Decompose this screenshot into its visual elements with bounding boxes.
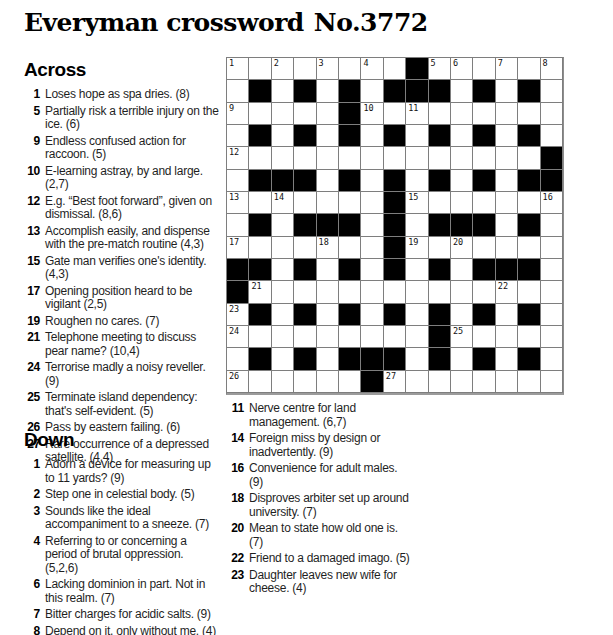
cell-r4c11[interactable] (451, 125, 473, 147)
down-section: Down 1Adorn a device for measuring up to… (24, 429, 219, 635)
cell-r3c10[interactable] (429, 103, 451, 125)
clue-number: 8 (24, 625, 40, 635)
clue-number: 14 (228, 432, 244, 446)
cell-r8c9[interactable] (406, 214, 428, 236)
cell-r1c3[interactable]: 2 (272, 58, 294, 80)
cell-r3c2[interactable] (249, 103, 271, 125)
cell-r15c8[interactable]: 27 (384, 371, 406, 393)
down-clue-7[interactable]: 7Bitter charges for acidic salts. (9) (24, 608, 219, 622)
cell-r13c3[interactable] (272, 326, 294, 348)
cell-r1c15[interactable]: 8 (541, 58, 563, 80)
cell-r13c15[interactable] (541, 326, 563, 348)
cell-r3c14[interactable] (518, 103, 540, 125)
across-clue-24[interactable]: 24Terrorise madly a noisy reveller. (9) (24, 361, 219, 388)
cell-r3c7[interactable]: 10 (361, 103, 383, 125)
cell-r7c4[interactable] (294, 192, 316, 214)
cell-r1c13[interactable]: 7 (496, 58, 518, 80)
black-cell-r8c4 (294, 214, 316, 236)
down-clue-6[interactable]: 6Lacking dominion in part. Not in this r… (24, 578, 219, 605)
cell-r2c1[interactable] (227, 80, 249, 102)
cell-r11c12[interactable] (473, 281, 495, 303)
cell-r5c5[interactable] (317, 147, 339, 169)
cell-r7c7[interactable] (361, 192, 383, 214)
cell-r13c8[interactable] (384, 326, 406, 348)
grid-clue-number-13: 13 (229, 192, 239, 202)
clue-text: Nerve centre for land management. (6,7) (249, 402, 414, 429)
clue-number: 24 (24, 361, 40, 375)
cell-r6c13[interactable] (496, 170, 518, 192)
cell-r9c4[interactable] (294, 237, 316, 259)
grid-clue-number-21: 21 (251, 281, 261, 291)
cell-r13c1[interactable]: 24 (227, 326, 249, 348)
cell-r5c12[interactable] (473, 147, 495, 169)
grid-clue-number-8: 8 (543, 58, 548, 68)
down-clue-16[interactable]: 16Convenience for adult males. (9) (228, 462, 414, 489)
grid-clue-number-25: 25 (453, 326, 463, 336)
cell-r2c3[interactable] (272, 80, 294, 102)
grid-clue-number-24: 24 (229, 326, 239, 336)
cell-r13c6[interactable] (339, 326, 361, 348)
clue-number: 9 (24, 135, 40, 149)
black-cell-r15c7 (361, 371, 383, 393)
cell-r1c6[interactable] (339, 58, 361, 80)
cell-r14c5[interactable] (317, 348, 339, 370)
across-clue-15[interactable]: 15Gate man verifies one's identity. (4,3… (24, 255, 219, 282)
black-cell-r8c11 (451, 214, 473, 236)
cell-r13c7[interactable] (361, 326, 383, 348)
clue-number: 2 (24, 488, 40, 502)
black-cell-r3c6 (339, 103, 361, 125)
cell-r14c11[interactable] (451, 348, 473, 370)
cell-r3c1[interactable]: 9 (227, 103, 249, 125)
cell-r15c15[interactable] (541, 371, 563, 393)
cell-r10c7[interactable] (361, 259, 383, 281)
grid-clue-number-1: 1 (229, 58, 234, 68)
cell-r9c11[interactable]: 20 (451, 237, 473, 259)
cell-r4c3[interactable] (272, 125, 294, 147)
clue-text: Endless confused action for raccoon. (5) (45, 135, 219, 162)
black-cell-r4c8 (384, 125, 406, 147)
clue-text: Friend to a damaged imago. (5) (249, 552, 414, 566)
clue-text: Telephone meeting to discuss pear name? … (45, 331, 219, 358)
cell-r11c2[interactable]: 21 (249, 281, 271, 303)
cell-r11c5[interactable] (317, 281, 339, 303)
cell-r6c1[interactable] (227, 170, 249, 192)
cell-r15c11[interactable] (451, 371, 473, 393)
cell-r3c9[interactable]: 11 (406, 103, 428, 125)
cell-r12c3[interactable] (272, 304, 294, 326)
cell-r9c7[interactable] (361, 237, 383, 259)
black-cell-r8c6 (339, 214, 361, 236)
cell-r9c3[interactable] (272, 237, 294, 259)
clue-text: Depend on it, only without me. (4) (45, 625, 219, 635)
black-cell-r4c6 (339, 125, 361, 147)
cell-r12c1[interactable]: 23 (227, 304, 249, 326)
black-cell-r11c1 (227, 281, 249, 303)
cell-r4c9[interactable] (406, 125, 428, 147)
cell-r9c1[interactable]: 17 (227, 237, 249, 259)
across-clue-19[interactable]: 19Roughen no cares. (7) (24, 315, 219, 329)
cell-r9c5[interactable]: 18 (317, 237, 339, 259)
down-clue-3[interactable]: 3Sounds like the ideal accompaniment to … (24, 505, 219, 532)
cell-r7c2[interactable] (249, 192, 271, 214)
crossword-page: Everyman crosswordNo.3772 12345678910111… (0, 0, 613, 635)
cell-r5c11[interactable] (451, 147, 473, 169)
black-cell-r14c14 (518, 348, 540, 370)
black-cell-r8c2 (249, 214, 271, 236)
cell-r11c6[interactable] (339, 281, 361, 303)
cell-r11c4[interactable] (294, 281, 316, 303)
black-cell-r10c14 (518, 259, 540, 281)
cell-r7c9[interactable]: 15 (406, 192, 428, 214)
clue-text: Daughter leaves new wife for cheese. (4) (249, 569, 414, 596)
cell-r15c13[interactable] (496, 371, 518, 393)
cell-r15c1[interactable]: 26 (227, 371, 249, 393)
black-cell-r4c14 (518, 125, 540, 147)
cell-r6c7[interactable] (361, 170, 383, 192)
cell-r11c11[interactable] (451, 281, 473, 303)
black-cell-r2c4 (294, 80, 316, 102)
cell-r4c13[interactable] (496, 125, 518, 147)
black-cell-r6c15 (541, 170, 563, 192)
clue-number: 1 (24, 88, 40, 102)
cell-r7c5[interactable] (317, 192, 339, 214)
cell-r13c12[interactable] (473, 326, 495, 348)
cell-r11c10[interactable] (429, 281, 451, 303)
cell-r13c13[interactable] (496, 326, 518, 348)
cell-r13c4[interactable] (294, 326, 316, 348)
across-clue-25[interactable]: 25Terminate island dependency: that's se… (24, 391, 219, 418)
cell-r1c10[interactable]: 5 (429, 58, 451, 80)
clue-text: Terrorise madly a noisy reveller. (9) (45, 361, 219, 388)
grid-clue-number-2: 2 (274, 58, 279, 68)
cell-r12c15[interactable] (541, 304, 563, 326)
cell-r9c9[interactable]: 19 (406, 237, 428, 259)
clue-number: 11 (228, 402, 244, 416)
cell-r10c3[interactable] (272, 259, 294, 281)
cell-r9c14[interactable] (518, 237, 540, 259)
black-cell-r14c12 (473, 348, 495, 370)
cell-r3c15[interactable] (541, 103, 563, 125)
cell-r10c5[interactable] (317, 259, 339, 281)
cell-r4c5[interactable] (317, 125, 339, 147)
cell-r8c13[interactable] (496, 214, 518, 236)
clue-number: 18 (228, 492, 244, 506)
black-cell-r14c6 (339, 348, 361, 370)
across-clue-list: 1Loses hope as spa dries. (8)5Partially … (24, 88, 219, 465)
down-clue-23[interactable]: 23Daughter leaves new wife for cheese. (… (228, 569, 414, 596)
black-cell-r10c4 (294, 259, 316, 281)
cell-r11c15[interactable] (541, 281, 563, 303)
across-section: Across 1Loses hope as spa dries. (8)5Par… (24, 59, 219, 468)
cell-r1c5[interactable]: 3 (317, 58, 339, 80)
across-clue-5[interactable]: 5Partially risk a terrible injury on the… (24, 105, 219, 132)
down-clue-list: 1Adorn a device for measuring up to 11 y… (24, 458, 219, 635)
cell-r3c5[interactable] (317, 103, 339, 125)
across-clue-13[interactable]: 13Accomplish easily, and dispense with t… (24, 225, 219, 252)
cell-r12c11[interactable] (451, 304, 473, 326)
cell-r8c7[interactable] (361, 214, 383, 236)
clue-number: 15 (24, 255, 40, 269)
clue-number: 22 (228, 552, 244, 566)
cell-r7c11[interactable] (451, 192, 473, 214)
clue-text: Lacking dominion in part. Not in this re… (45, 578, 219, 605)
cell-r5c1[interactable]: 12 (227, 147, 249, 169)
cell-r4c15[interactable] (541, 125, 563, 147)
black-cell-r4c4 (294, 125, 316, 147)
clue-text: Foreign miss by design or inadvertently.… (249, 432, 414, 459)
down-clue-22[interactable]: 22Friend to a damaged imago. (5) (228, 552, 414, 566)
cell-r7c15[interactable]: 16 (541, 192, 563, 214)
black-cell-r4c2 (249, 125, 271, 147)
black-cell-r2c10 (429, 80, 451, 102)
cell-r7c6[interactable] (339, 192, 361, 214)
black-cell-r6c3 (272, 170, 294, 192)
black-cell-r2c6 (339, 80, 361, 102)
down-clue-2[interactable]: 2Step one in celestial body. (5) (24, 488, 219, 502)
cell-r9c6[interactable] (339, 237, 361, 259)
cell-r12c9[interactable] (406, 304, 428, 326)
clue-text: Roughen no cares. (7) (45, 315, 219, 329)
across-clue-17[interactable]: 17Opening position heard to be vigilant … (24, 285, 219, 312)
black-cell-r13c10 (429, 326, 451, 348)
down-clue-20[interactable]: 20Mean to state how old one is. (7) (228, 522, 414, 549)
cell-r1c7[interactable]: 4 (361, 58, 383, 80)
cell-r15c12[interactable] (473, 371, 495, 393)
black-cell-r10c13 (496, 259, 518, 281)
grid-clue-number-9: 9 (229, 103, 234, 113)
black-cell-r6c12 (473, 170, 495, 192)
black-cell-r14c2 (249, 348, 271, 370)
cell-r5c4[interactable] (294, 147, 316, 169)
down-clue-18[interactable]: 18Disproves arbiter set up around univer… (228, 492, 414, 519)
cell-r13c5[interactable] (317, 326, 339, 348)
cell-r11c7[interactable] (361, 281, 383, 303)
cell-r6c5[interactable] (317, 170, 339, 192)
cell-r5c13[interactable] (496, 147, 518, 169)
cell-r1c4[interactable] (294, 58, 316, 80)
clue-number: 25 (24, 391, 40, 405)
cell-r5c8[interactable] (384, 147, 406, 169)
black-cell-r2c2 (249, 80, 271, 102)
black-cell-r10c6 (339, 259, 361, 281)
cell-r14c9[interactable] (406, 348, 428, 370)
cell-r15c10[interactable] (429, 371, 451, 393)
cell-r4c1[interactable] (227, 125, 249, 147)
cell-r11c9[interactable] (406, 281, 428, 303)
cell-r9c10[interactable] (429, 237, 451, 259)
cell-r7c1[interactable]: 13 (227, 192, 249, 214)
clue-text: Sounds like the ideal accompaniment to a… (45, 505, 219, 532)
cell-r12c5[interactable] (317, 304, 339, 326)
grid-clue-number-16: 16 (543, 192, 553, 202)
cell-r9c13[interactable] (496, 237, 518, 259)
cell-r10c15[interactable] (541, 259, 563, 281)
across-clue-9[interactable]: 9Endless confused action for raccoon. (5… (24, 135, 219, 162)
clue-text: Terminate island dependency: that's self… (45, 391, 219, 418)
clue-text: E.g. “Best foot forward”, given on dismi… (45, 195, 219, 222)
across-heading: Across (24, 59, 219, 81)
cell-r13c11[interactable]: 25 (451, 326, 473, 348)
clue-text: Bitter charges for acidic salts. (9) (45, 608, 219, 622)
black-cell-r14c7 (361, 348, 383, 370)
cell-r5c10[interactable] (429, 147, 451, 169)
black-cell-r2c14 (518, 80, 540, 102)
cell-r11c3[interactable] (272, 281, 294, 303)
cell-r3c11[interactable] (451, 103, 473, 125)
grid-clue-number-22: 22 (498, 281, 508, 291)
black-cell-r12c12 (473, 304, 495, 326)
cell-r12c13[interactable] (496, 304, 518, 326)
cell-r1c14[interactable] (518, 58, 540, 80)
cell-r1c8[interactable] (384, 58, 406, 80)
black-cell-r10c8 (384, 259, 406, 281)
cell-r14c13[interactable] (496, 348, 518, 370)
black-cell-r14c8 (384, 348, 406, 370)
cell-r15c14[interactable] (518, 371, 540, 393)
cell-r8c3[interactable] (272, 214, 294, 236)
cell-r9c2[interactable] (249, 237, 271, 259)
down-clue-14[interactable]: 14Foreign miss by design or inadvertentl… (228, 432, 414, 459)
down-clue-4[interactable]: 4Referring to or concerning a period of … (24, 535, 219, 576)
cell-r7c10[interactable] (429, 192, 451, 214)
grid-clue-number-11: 11 (408, 103, 418, 113)
cell-r10c9[interactable] (406, 259, 428, 281)
cell-r9c12[interactable] (473, 237, 495, 259)
cell-r1c12[interactable] (473, 58, 495, 80)
cell-r10c11[interactable] (451, 259, 473, 281)
black-cell-r10c12 (473, 259, 495, 281)
cell-r7c3[interactable]: 14 (272, 192, 294, 214)
cell-r5c14[interactable] (518, 147, 540, 169)
cell-r8c15[interactable] (541, 214, 563, 236)
cell-r3c8[interactable] (384, 103, 406, 125)
across-clue-10[interactable]: 10E-learning astray, by and large. (2,7) (24, 165, 219, 192)
across-clue-12[interactable]: 12E.g. “Best foot forward”, given on dis… (24, 195, 219, 222)
black-cell-r14c10 (429, 348, 451, 370)
grid-clue-number-19: 19 (408, 237, 418, 247)
black-cell-r12c6 (339, 304, 361, 326)
cell-r3c4[interactable] (294, 103, 316, 125)
black-cell-r8c14 (518, 214, 540, 236)
clue-number: 3 (24, 505, 40, 519)
cell-r1c1[interactable]: 1 (227, 58, 249, 80)
black-cell-r6c14 (518, 170, 540, 192)
cell-r1c2[interactable] (249, 58, 271, 80)
across-clue-1[interactable]: 1Loses hope as spa dries. (8) (24, 88, 219, 102)
cell-r7c13[interactable] (496, 192, 518, 214)
clue-number: 5 (24, 105, 40, 119)
cell-r2c11[interactable] (451, 80, 473, 102)
cell-r13c14[interactable] (518, 326, 540, 348)
grid-clue-number-6: 6 (453, 58, 458, 68)
black-cell-r5c15 (541, 147, 563, 169)
black-cell-r2c12 (473, 80, 495, 102)
clue-text: Mean to state how old one is. (7) (249, 522, 414, 549)
cell-r15c3[interactable] (272, 371, 294, 393)
cell-r5c6[interactable] (339, 147, 361, 169)
cell-r3c12[interactable] (473, 103, 495, 125)
cell-r13c2[interactable] (249, 326, 271, 348)
cell-r8c1[interactable] (227, 214, 249, 236)
cell-r15c2[interactable] (249, 371, 271, 393)
cell-r3c3[interactable] (272, 103, 294, 125)
black-cell-r12c4 (294, 304, 316, 326)
black-cell-r6c2 (249, 170, 271, 192)
grid-clue-number-20: 20 (453, 237, 463, 247)
grid-clue-number-5: 5 (431, 58, 436, 68)
black-cell-r8c12 (473, 214, 495, 236)
cell-r2c7[interactable] (361, 80, 383, 102)
black-cell-r4c12 (473, 125, 495, 147)
cell-r15c5[interactable] (317, 371, 339, 393)
cell-r2c13[interactable] (496, 80, 518, 102)
cell-r3c13[interactable] (496, 103, 518, 125)
cell-r12c7[interactable] (361, 304, 383, 326)
clue-number: 17 (24, 285, 40, 299)
cell-r13c9[interactable] (406, 326, 428, 348)
down-clue-11[interactable]: 11Nerve centre for land management. (6,7… (228, 402, 414, 429)
black-cell-r6c6 (339, 170, 361, 192)
black-cell-r10c2 (249, 259, 271, 281)
grid-clue-number-18: 18 (319, 237, 329, 247)
across-clue-21[interactable]: 21Telephone meeting to discuss pear name… (24, 331, 219, 358)
cell-r6c11[interactable] (451, 170, 473, 192)
black-cell-r12c2 (249, 304, 271, 326)
cell-r5c3[interactable] (272, 147, 294, 169)
cell-r5c9[interactable] (406, 147, 428, 169)
grid-clue-number-3: 3 (319, 58, 324, 68)
cell-r15c4[interactable] (294, 371, 316, 393)
grid-clue-number-4: 4 (363, 58, 368, 68)
cell-r7c12[interactable] (473, 192, 495, 214)
clue-number: 21 (24, 331, 40, 345)
clue-number: 12 (24, 195, 40, 209)
cell-r1c11[interactable]: 6 (451, 58, 473, 80)
cell-r6c9[interactable] (406, 170, 428, 192)
cell-r2c15[interactable] (541, 80, 563, 102)
down-clue-8[interactable]: 8Depend on it, only without me. (4) (24, 625, 219, 635)
cell-r2c5[interactable] (317, 80, 339, 102)
cell-r4c7[interactable] (361, 125, 383, 147)
cell-r14c1[interactable] (227, 348, 249, 370)
cell-r15c9[interactable] (406, 371, 428, 393)
cell-r5c7[interactable] (361, 147, 383, 169)
cell-r11c13[interactable]: 22 (496, 281, 518, 303)
black-cell-r7c8 (384, 192, 406, 214)
black-cell-r8c5 (317, 214, 339, 236)
cell-r14c3[interactable] (272, 348, 294, 370)
black-cell-r12c8 (384, 304, 406, 326)
crossword-grid: 1234567891011121314151617181920212223242… (226, 57, 564, 395)
cell-r14c15[interactable] (541, 348, 563, 370)
clue-text: Convenience for adult males. (9) (249, 462, 414, 489)
cell-r15c6[interactable] (339, 371, 361, 393)
black-cell-r2c9 (406, 80, 428, 102)
cell-r11c8[interactable] (384, 281, 406, 303)
cell-r11c14[interactable] (518, 281, 540, 303)
cell-r5c2[interactable] (249, 147, 271, 169)
cell-r7c14[interactable] (518, 192, 540, 214)
clue-number: 7 (24, 608, 40, 622)
grid-clue-number-14: 14 (274, 192, 284, 202)
grid-clue-number-12: 12 (229, 147, 239, 157)
page-title: Everyman crosswordNo.3772 (24, 8, 428, 37)
clue-text: Disproves arbiter set up around universi… (249, 492, 414, 519)
down-clue-1[interactable]: 1Adorn a device for measuring up to 11 y… (24, 458, 219, 485)
cell-r9c15[interactable] (541, 237, 563, 259)
grid-clue-number-23: 23 (229, 304, 239, 314)
